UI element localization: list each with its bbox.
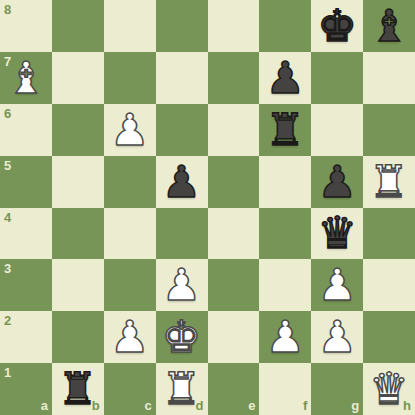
piece-white-king[interactable]: ♚ [162, 315, 201, 359]
piece-black-king[interactable]: ♚ [317, 4, 356, 48]
square-c8[interactable] [104, 0, 156, 52]
square-b4[interactable] [52, 208, 104, 260]
square-d8[interactable] [156, 0, 208, 52]
square-a6[interactable]: 6 [0, 104, 52, 156]
square-f2[interactable]: ♟ [259, 311, 311, 363]
file-label-f: f [303, 399, 307, 412]
square-h2[interactable] [363, 311, 415, 363]
square-f3[interactable] [259, 259, 311, 311]
piece-white-pawn[interactable]: ♟ [110, 315, 149, 359]
rank-label-3: 3 [4, 262, 11, 275]
square-f4[interactable] [259, 208, 311, 260]
square-d7[interactable] [156, 52, 208, 104]
square-c3[interactable] [104, 259, 156, 311]
square-e6[interactable] [208, 104, 260, 156]
file-label-a: a [41, 399, 48, 412]
piece-white-pawn[interactable]: ♟ [110, 108, 149, 152]
square-g4[interactable]: ♛ [311, 208, 363, 260]
square-g1[interactable]: g [311, 363, 363, 415]
square-d2[interactable]: ♚ [156, 311, 208, 363]
piece-white-bishop[interactable]: ♝ [6, 56, 45, 100]
piece-white-pawn[interactable]: ♟ [317, 315, 356, 359]
square-c6[interactable]: ♟ [104, 104, 156, 156]
square-b2[interactable] [52, 311, 104, 363]
square-h7[interactable] [363, 52, 415, 104]
square-a4[interactable]: 4 [0, 208, 52, 260]
rank-label-1: 1 [4, 366, 11, 379]
rank-label-2: 2 [4, 314, 11, 327]
square-f1[interactable]: f [259, 363, 311, 415]
piece-black-queen[interactable]: ♛ [317, 211, 356, 255]
square-b8[interactable] [52, 0, 104, 52]
square-b1[interactable]: b♜ [52, 363, 104, 415]
square-b5[interactable] [52, 156, 104, 208]
piece-black-pawn[interactable]: ♟ [266, 56, 305, 100]
square-a8[interactable]: 8 [0, 0, 52, 52]
square-d6[interactable] [156, 104, 208, 156]
square-b6[interactable] [52, 104, 104, 156]
square-c1[interactable]: c [104, 363, 156, 415]
square-g7[interactable] [311, 52, 363, 104]
file-label-g: g [351, 399, 359, 412]
square-h8[interactable]: ♝ [363, 0, 415, 52]
rank-label-6: 6 [4, 107, 11, 120]
square-c5[interactable] [104, 156, 156, 208]
square-g5[interactable]: ♟ [311, 156, 363, 208]
piece-black-pawn[interactable]: ♟ [162, 160, 201, 204]
piece-black-rook[interactable]: ♜ [266, 108, 305, 152]
square-c4[interactable] [104, 208, 156, 260]
square-e7[interactable] [208, 52, 260, 104]
file-label-c: c [144, 399, 151, 412]
square-e4[interactable] [208, 208, 260, 260]
square-d1[interactable]: d♜ [156, 363, 208, 415]
piece-white-pawn[interactable]: ♟ [266, 315, 305, 359]
square-a3[interactable]: 3 [0, 259, 52, 311]
piece-white-rook[interactable]: ♜ [162, 367, 201, 411]
square-c2[interactable]: ♟ [104, 311, 156, 363]
square-g8[interactable]: ♚ [311, 0, 363, 52]
chess-board: 8♚♝7♝♟6♟♜5♟♟♜4♛3♟♟2♟♚♟♟1ab♜cd♜efgh♛ [0, 0, 415, 415]
piece-white-pawn[interactable]: ♟ [317, 263, 356, 307]
square-e5[interactable] [208, 156, 260, 208]
square-f7[interactable]: ♟ [259, 52, 311, 104]
square-h5[interactable]: ♜ [363, 156, 415, 208]
piece-black-pawn[interactable]: ♟ [317, 160, 356, 204]
square-f5[interactable] [259, 156, 311, 208]
piece-white-pawn[interactable]: ♟ [162, 263, 201, 307]
rank-label-5: 5 [4, 159, 11, 172]
square-d3[interactable]: ♟ [156, 259, 208, 311]
square-e1[interactable]: e [208, 363, 260, 415]
square-h3[interactable] [363, 259, 415, 311]
square-g2[interactable]: ♟ [311, 311, 363, 363]
square-a1[interactable]: 1a [0, 363, 52, 415]
square-b3[interactable] [52, 259, 104, 311]
square-a7[interactable]: 7♝ [0, 52, 52, 104]
rank-label-4: 4 [4, 211, 11, 224]
square-e2[interactable] [208, 311, 260, 363]
piece-white-queen[interactable]: ♛ [369, 367, 408, 411]
square-d5[interactable]: ♟ [156, 156, 208, 208]
square-h4[interactable] [363, 208, 415, 260]
piece-black-bishop[interactable]: ♝ [369, 4, 408, 48]
square-e8[interactable] [208, 0, 260, 52]
square-h1[interactable]: h♛ [363, 363, 415, 415]
square-e3[interactable] [208, 259, 260, 311]
square-f6[interactable]: ♜ [259, 104, 311, 156]
square-d4[interactable] [156, 208, 208, 260]
square-h6[interactable] [363, 104, 415, 156]
square-c7[interactable] [104, 52, 156, 104]
square-f8[interactable] [259, 0, 311, 52]
square-a5[interactable]: 5 [0, 156, 52, 208]
square-g6[interactable] [311, 104, 363, 156]
piece-black-rook[interactable]: ♜ [58, 367, 97, 411]
rank-label-8: 8 [4, 3, 11, 16]
square-g3[interactable]: ♟ [311, 259, 363, 311]
file-label-e: e [248, 399, 255, 412]
piece-white-rook[interactable]: ♜ [369, 160, 408, 204]
square-b7[interactable] [52, 52, 104, 104]
square-a2[interactable]: 2 [0, 311, 52, 363]
